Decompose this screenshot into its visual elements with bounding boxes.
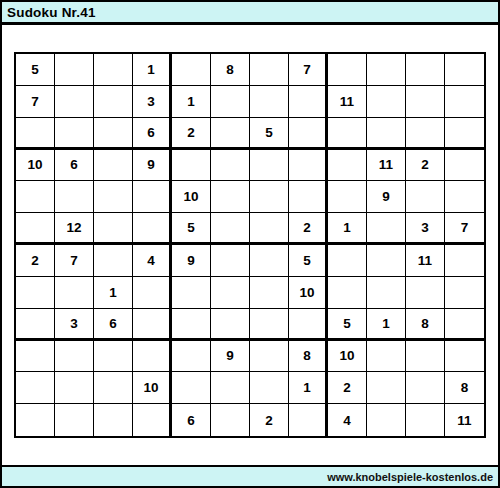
cell-r4c10[interactable]: 11 bbox=[367, 150, 406, 182]
cell-r12c8[interactable] bbox=[289, 404, 328, 436]
cell-r7c10[interactable] bbox=[367, 245, 406, 277]
cell-r2c3[interactable] bbox=[94, 86, 133, 118]
cell-r12c5[interactable]: 6 bbox=[172, 404, 211, 436]
cell-r9c12[interactable] bbox=[445, 309, 484, 341]
cell-r6c10[interactable] bbox=[367, 213, 406, 245]
cell-r7c7[interactable] bbox=[250, 245, 289, 277]
cell-r4c6[interactable] bbox=[211, 150, 250, 182]
cell-r5c10[interactable]: 9 bbox=[367, 181, 406, 213]
cell-r7c2[interactable]: 7 bbox=[55, 245, 94, 277]
cell-r6c3[interactable] bbox=[94, 213, 133, 245]
cell-r12c1[interactable] bbox=[16, 404, 55, 436]
cell-r9c7[interactable] bbox=[250, 309, 289, 341]
cell-r2c1[interactable]: 7 bbox=[16, 86, 55, 118]
cell-r1c1[interactable]: 5 bbox=[16, 54, 55, 86]
cell-r5c1[interactable] bbox=[16, 181, 55, 213]
cell-r8c11[interactable] bbox=[406, 277, 445, 309]
cell-r8c1[interactable] bbox=[16, 277, 55, 309]
cell-r10c11[interactable] bbox=[406, 341, 445, 373]
cell-r12c2[interactable] bbox=[55, 404, 94, 436]
cell-r1c4[interactable]: 1 bbox=[133, 54, 172, 86]
cell-r7c1[interactable]: 2 bbox=[16, 245, 55, 277]
cell-r3c2[interactable] bbox=[55, 118, 94, 150]
cell-r6c9[interactable]: 1 bbox=[328, 213, 367, 245]
cell-r3c10[interactable] bbox=[367, 118, 406, 150]
cell-r10c9[interactable]: 10 bbox=[328, 341, 367, 373]
cell-r2c6[interactable] bbox=[211, 86, 250, 118]
cell-r12c7[interactable]: 2 bbox=[250, 404, 289, 436]
cell-r12c12[interactable]: 11 bbox=[445, 404, 484, 436]
page-title: Sudoku Nr.41 bbox=[7, 5, 96, 20]
cell-r2c11[interactable] bbox=[406, 86, 445, 118]
cell-r11c11[interactable] bbox=[406, 372, 445, 404]
cell-r4c8[interactable] bbox=[289, 150, 328, 182]
cell-r4c11[interactable]: 2 bbox=[406, 150, 445, 182]
cell-r5c5[interactable]: 10 bbox=[172, 181, 211, 213]
cell-r2c8[interactable] bbox=[289, 86, 328, 118]
cell-r2c2[interactable] bbox=[55, 86, 94, 118]
cell-r9c6[interactable] bbox=[211, 309, 250, 341]
cell-r3c9[interactable] bbox=[328, 118, 367, 150]
cell-r8c2[interactable] bbox=[55, 277, 94, 309]
cell-r7c4[interactable]: 4 bbox=[133, 245, 172, 277]
cell-r1c3[interactable] bbox=[94, 54, 133, 86]
cell-r4c9[interactable] bbox=[328, 150, 367, 182]
cell-r8c5[interactable] bbox=[172, 277, 211, 309]
cell-r4c2[interactable]: 6 bbox=[55, 150, 94, 182]
cell-r11c7[interactable] bbox=[250, 372, 289, 404]
cell-r3c12[interactable] bbox=[445, 118, 484, 150]
cell-r7c6[interactable] bbox=[211, 245, 250, 277]
cell-r9c8[interactable] bbox=[289, 309, 328, 341]
cell-r6c6[interactable] bbox=[211, 213, 250, 245]
cell-r5c11[interactable] bbox=[406, 181, 445, 213]
cell-r7c11[interactable]: 11 bbox=[406, 245, 445, 277]
cell-r10c1[interactable] bbox=[16, 341, 55, 373]
cell-r1c2[interactable] bbox=[55, 54, 94, 86]
cell-r10c6[interactable]: 9 bbox=[211, 341, 250, 373]
sudoku-board: 5187731116251069112109125213727495111103… bbox=[14, 52, 486, 438]
cell-r4c3[interactable] bbox=[94, 150, 133, 182]
cell-r12c9[interactable]: 4 bbox=[328, 404, 367, 436]
cell-r10c2[interactable] bbox=[55, 341, 94, 373]
cell-r4c12[interactable] bbox=[445, 150, 484, 182]
cell-r6c2[interactable]: 12 bbox=[55, 213, 94, 245]
cell-r1c11[interactable] bbox=[406, 54, 445, 86]
cell-r8c12[interactable] bbox=[445, 277, 484, 309]
cell-r12c11[interactable] bbox=[406, 404, 445, 436]
cell-r12c4[interactable] bbox=[133, 404, 172, 436]
cell-r8c6[interactable] bbox=[211, 277, 250, 309]
cell-r10c5[interactable] bbox=[172, 341, 211, 373]
cell-r5c12[interactable] bbox=[445, 181, 484, 213]
footer-bar: www.knobelspiele-kostenlos.de bbox=[2, 465, 498, 486]
cell-r9c1[interactable] bbox=[16, 309, 55, 341]
cell-r11c3[interactable] bbox=[94, 372, 133, 404]
cell-r7c9[interactable] bbox=[328, 245, 367, 277]
cell-r4c1[interactable]: 10 bbox=[16, 150, 55, 182]
cell-r4c4[interactable]: 9 bbox=[133, 150, 172, 182]
cell-r6c5[interactable]: 5 bbox=[172, 213, 211, 245]
cell-r10c7[interactable] bbox=[250, 341, 289, 373]
cell-r3c6[interactable] bbox=[211, 118, 250, 150]
cell-r8c9[interactable] bbox=[328, 277, 367, 309]
cell-r6c8[interactable]: 2 bbox=[289, 213, 328, 245]
cell-r2c10[interactable] bbox=[367, 86, 406, 118]
cell-r6c1[interactable] bbox=[16, 213, 55, 245]
cell-r2c5[interactable]: 1 bbox=[172, 86, 211, 118]
cell-r12c10[interactable] bbox=[367, 404, 406, 436]
cell-r9c4[interactable] bbox=[133, 309, 172, 341]
cell-r3c4[interactable]: 6 bbox=[133, 118, 172, 150]
cell-r3c11[interactable] bbox=[406, 118, 445, 150]
cell-r2c9[interactable]: 11 bbox=[328, 86, 367, 118]
cell-r6c7[interactable] bbox=[250, 213, 289, 245]
cell-r10c4[interactable] bbox=[133, 341, 172, 373]
cell-r10c10[interactable] bbox=[367, 341, 406, 373]
cell-r2c4[interactable]: 3 bbox=[133, 86, 172, 118]
cell-r3c8[interactable] bbox=[289, 118, 328, 150]
cell-r12c3[interactable] bbox=[94, 404, 133, 436]
cell-r11c12[interactable]: 8 bbox=[445, 372, 484, 404]
cell-r5c3[interactable] bbox=[94, 181, 133, 213]
cell-r1c9[interactable] bbox=[328, 54, 367, 86]
cell-r1c7[interactable] bbox=[250, 54, 289, 86]
page: Sudoku Nr.41 518773111625106911210912521… bbox=[0, 0, 500, 488]
cell-r5c7[interactable] bbox=[250, 181, 289, 213]
cell-r9c2[interactable]: 3 bbox=[55, 309, 94, 341]
cell-r3c7[interactable]: 5 bbox=[250, 118, 289, 150]
cell-r5c2[interactable] bbox=[55, 181, 94, 213]
cell-r10c8[interactable]: 8 bbox=[289, 341, 328, 373]
cell-r10c12[interactable] bbox=[445, 341, 484, 373]
cell-r5c8[interactable] bbox=[289, 181, 328, 213]
cell-r1c10[interactable] bbox=[367, 54, 406, 86]
cell-r11c6[interactable] bbox=[211, 372, 250, 404]
cell-r6c12[interactable]: 7 bbox=[445, 213, 484, 245]
cell-r8c7[interactable] bbox=[250, 277, 289, 309]
title-bar: Sudoku Nr.41 bbox=[2, 2, 498, 25]
cell-r6c4[interactable] bbox=[133, 213, 172, 245]
cell-r12c6[interactable] bbox=[211, 404, 250, 436]
cell-r5c6[interactable] bbox=[211, 181, 250, 213]
footer-url[interactable]: www.knobelspiele-kostenlos.de bbox=[327, 471, 493, 483]
cell-r5c9[interactable] bbox=[328, 181, 367, 213]
cell-r1c6[interactable]: 8 bbox=[211, 54, 250, 86]
cell-r8c10[interactable] bbox=[367, 277, 406, 309]
cell-r8c3[interactable]: 1 bbox=[94, 277, 133, 309]
cell-r1c5[interactable] bbox=[172, 54, 211, 86]
cell-r7c12[interactable] bbox=[445, 245, 484, 277]
cell-r3c1[interactable] bbox=[16, 118, 55, 150]
cell-r3c5[interactable]: 2 bbox=[172, 118, 211, 150]
cell-r7c8[interactable]: 5 bbox=[289, 245, 328, 277]
cell-r11c2[interactable] bbox=[55, 372, 94, 404]
cell-r11c9[interactable]: 2 bbox=[328, 372, 367, 404]
cell-r4c7[interactable] bbox=[250, 150, 289, 182]
cell-r11c5[interactable] bbox=[172, 372, 211, 404]
cell-r11c10[interactable] bbox=[367, 372, 406, 404]
cell-r6c11[interactable]: 3 bbox=[406, 213, 445, 245]
cell-r4c5[interactable] bbox=[172, 150, 211, 182]
cell-r5c4[interactable] bbox=[133, 181, 172, 213]
cell-r11c8[interactable]: 1 bbox=[289, 372, 328, 404]
cell-r9c9[interactable]: 5 bbox=[328, 309, 367, 341]
cell-r7c5[interactable]: 9 bbox=[172, 245, 211, 277]
cell-r3c3[interactable] bbox=[94, 118, 133, 150]
cell-r1c12[interactable] bbox=[445, 54, 484, 86]
cell-r9c5[interactable] bbox=[172, 309, 211, 341]
cell-r10c3[interactable] bbox=[94, 341, 133, 373]
cell-r1c8[interactable]: 7 bbox=[289, 54, 328, 86]
cell-r2c12[interactable] bbox=[445, 86, 484, 118]
cell-r8c8[interactable]: 10 bbox=[289, 277, 328, 309]
cell-r9c10[interactable]: 1 bbox=[367, 309, 406, 341]
cell-r9c3[interactable]: 6 bbox=[94, 309, 133, 341]
cell-r8c4[interactable] bbox=[133, 277, 172, 309]
cell-r9c11[interactable]: 8 bbox=[406, 309, 445, 341]
cell-r11c1[interactable] bbox=[16, 372, 55, 404]
cell-r2c7[interactable] bbox=[250, 86, 289, 118]
cell-r11c4[interactable]: 10 bbox=[133, 372, 172, 404]
cell-r7c3[interactable] bbox=[94, 245, 133, 277]
